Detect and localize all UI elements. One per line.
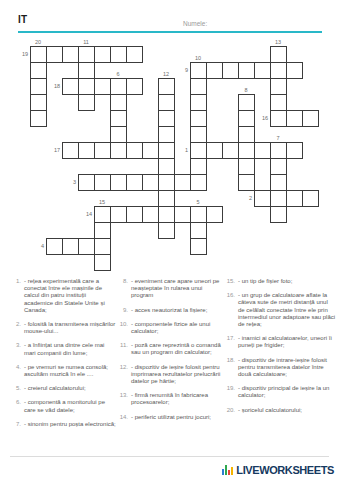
clue-text: - sinonim pentru poșta electronică; <box>24 421 116 428</box>
grid-cell-r6c10[interactable] <box>190 142 207 159</box>
grid-cell-r4c16[interactable] <box>286 110 303 127</box>
grid-cell-r8c15[interactable] <box>270 174 287 191</box>
down-number-12: 12 <box>154 71 178 77</box>
grid-cell-r8c4[interactable] <box>94 174 111 191</box>
grid-cell-r0c4[interactable] <box>94 46 111 63</box>
down-number-8: 8 <box>234 87 258 93</box>
grid-cell-r2c15[interactable] <box>270 78 287 95</box>
grid-cell-r10c7[interactable] <box>142 206 159 223</box>
grid-cell-r10c10[interactable] <box>190 206 207 223</box>
grid-cell-r1c11[interactable] <box>206 62 223 79</box>
grid-cell-r8c7[interactable] <box>142 174 159 191</box>
grid-cell-r4c15[interactable] <box>270 110 287 127</box>
clue-number: 7. <box>10 421 24 428</box>
grid-cell-r7c13[interactable] <box>238 158 255 175</box>
grid-cell-r6c5[interactable] <box>110 142 127 159</box>
clue-number: 8. <box>117 278 131 300</box>
grid-cell-r2c8[interactable] <box>158 78 175 95</box>
grid-cell-r11c4[interactable] <box>94 222 111 239</box>
grid-cell-r0c0[interactable] <box>30 46 47 63</box>
across-number-14: 14 <box>79 211 92 217</box>
grid-cell-r2c3[interactable] <box>78 78 95 95</box>
grid-cell-r1c16[interactable] <box>286 62 303 79</box>
grid-cell-r6c8[interactable] <box>158 142 175 159</box>
grid-cell-r9c14[interactable] <box>254 190 271 207</box>
clue-text: - eveniment care apare uneori pe neaștep… <box>131 278 223 300</box>
grid-cell-r0c15[interactable] <box>270 46 287 63</box>
down-number-6: 6 <box>106 71 130 77</box>
grid-cell-r10c9[interactable] <box>174 206 191 223</box>
clue-number: 16. <box>224 292 238 328</box>
grid-cell-r0c3[interactable] <box>78 46 95 63</box>
down-number-15: 15 <box>90 199 114 205</box>
clue-item-11: 11.- poză care reprezintă o comandă sau … <box>117 342 223 356</box>
grid-cell-r6c14[interactable] <box>254 142 271 159</box>
clue-number: 10. <box>117 321 131 335</box>
clue-item-2: 2.- folosită la transmiterea mișcărilor … <box>10 321 116 335</box>
clue-number: 6. <box>10 399 24 413</box>
grid-cell-r10c6[interactable] <box>126 206 143 223</box>
grid-cell-r0c5[interactable] <box>110 46 127 63</box>
clue-text: - pe vremuri se numea consolă; ascultăm … <box>24 364 116 378</box>
down-number-5: 5 <box>186 199 210 205</box>
clue-number: 19. <box>224 385 238 399</box>
clue-item-14: 14.- periferic utilizat pentru jocuri; <box>117 414 223 421</box>
grid-cell-r0c1[interactable] <box>46 46 63 63</box>
grid-cell-r13c4[interactable] <box>94 254 111 271</box>
grid-cell-r11c8[interactable] <box>158 222 175 239</box>
across-number-4: 4 <box>31 243 44 249</box>
grid-cell-r10c11[interactable] <box>206 206 223 223</box>
clue-text: - șoricelul calculatorului; <box>238 407 336 414</box>
across-number-17: 17 <box>47 147 60 153</box>
grid-cell-r8c8[interactable] <box>158 174 175 191</box>
grid-cell-r10c5[interactable] <box>110 206 127 223</box>
grid-cell-r5c13[interactable] <box>238 126 255 143</box>
down-number-10: 10 <box>186 55 210 61</box>
clue-item-9: 9.- acces neautorizat la fișiere; <box>117 307 223 314</box>
grid-cell-r9c8[interactable] <box>158 190 175 207</box>
clue-number: 2. <box>10 321 24 335</box>
grid-cell-r7c8[interactable] <box>158 158 175 175</box>
grid-cell-r4c5[interactable] <box>110 110 127 127</box>
down-number-13: 13 <box>266 39 290 45</box>
clue-column-1: 1.- rețea experimentală care a conectat … <box>10 278 116 435</box>
clue-column-2: 8.- eveniment care apare uneori pe neașt… <box>117 278 223 428</box>
grid-cell-r5c8[interactable] <box>158 126 175 143</box>
grid-cell-r8c10[interactable] <box>190 174 207 191</box>
page-title: IT <box>18 14 27 25</box>
clue-text: - dispozitiv de ieșire folosit pentru im… <box>131 364 223 386</box>
clue-text: - periferic utilizat pentru jocuri; <box>131 414 223 421</box>
across-number-16: 16 <box>255 115 268 121</box>
clue-number: 1. <box>10 278 24 314</box>
clue-item-8: 8.- eveniment care apare uneori pe neașt… <box>117 278 223 300</box>
grid-cell-r6c11[interactable] <box>206 142 223 159</box>
name-label: Numele: <box>183 20 207 27</box>
brand-logo[interactable]: LIVEWORKSHEETS <box>222 464 334 476</box>
clue-item-20: 20.- șoricelul calculatorului; <box>224 407 336 414</box>
clue-item-16: 16.- un grup de calculatoare aflate la c… <box>224 292 336 328</box>
grid-cell-r3c13[interactable] <box>238 94 255 111</box>
clue-text: - a înființat una dintre cele mai mari c… <box>24 342 116 356</box>
grid-cell-r1c3[interactable] <box>78 62 95 79</box>
header-divider <box>18 31 322 33</box>
across-number-18: 18 <box>47 83 60 89</box>
grid-cell-r2c0[interactable] <box>30 78 47 95</box>
grid-cell-r6c3[interactable] <box>78 142 95 159</box>
clue-number: 14. <box>117 414 131 421</box>
grid-cell-r4c13[interactable] <box>238 110 255 127</box>
clue-item-3: 3.- a înființat una dintre cele mai mari… <box>10 342 116 356</box>
grid-cell-r3c8[interactable] <box>158 94 175 111</box>
grid-cell-r3c5[interactable] <box>110 94 127 111</box>
grid-cell-r1c12[interactable] <box>222 62 239 79</box>
grid-cell-r0c2[interactable] <box>62 46 79 63</box>
grid-cell-r1c14[interactable] <box>254 62 271 79</box>
grid-cell-r6c13[interactable] <box>238 142 255 159</box>
clue-number: 9. <box>117 307 131 314</box>
clue-text: - rețea experimentală care a conectat în… <box>24 278 116 314</box>
grid-cell-r3c10[interactable] <box>190 94 207 111</box>
grid-cell-r3c3[interactable] <box>78 94 95 111</box>
grid-cell-r2c10[interactable] <box>190 78 207 95</box>
clue-item-17: 17.- inamici ai calculatoarelor, uneori … <box>224 335 336 349</box>
grid-cell-r10c8[interactable] <box>158 206 175 223</box>
clue-number: 4. <box>10 364 24 378</box>
clue-number: 12. <box>117 364 131 386</box>
clue-text: - folosită la transmiterea mișcărilor mo… <box>24 321 116 335</box>
grid-cell-r8c3[interactable] <box>78 174 95 191</box>
grid-cell-r9c15[interactable] <box>270 190 287 207</box>
clue-number: 5. <box>10 385 24 392</box>
grid-cell-r2c6[interactable] <box>126 78 143 95</box>
grid-cell-r1c0[interactable] <box>30 62 47 79</box>
grid-cell-r4c8[interactable] <box>158 110 175 127</box>
clue-item-13: 13.- firmă renumită în fabricarea proces… <box>117 392 223 406</box>
grid-cell-r9c16[interactable] <box>286 190 303 207</box>
clue-item-5: 5.- creierul calculatorului; <box>10 385 116 392</box>
clue-text: - poză care reprezintă o comandă sau un … <box>131 342 223 356</box>
grid-cell-r2c4[interactable] <box>94 78 111 95</box>
grid-cell-r12c2[interactable] <box>62 238 79 255</box>
clue-item-18: 18.- dispozitiv de intrare-ieșire folosi… <box>224 357 336 379</box>
clue-text: - firmă renumită în fabricarea procesoar… <box>131 392 223 406</box>
grid-cell-r0c6[interactable] <box>126 46 143 63</box>
grid-cell-r4c10[interactable] <box>190 110 207 127</box>
clue-number: 17. <box>224 335 238 349</box>
clue-number: 11. <box>117 342 131 356</box>
clue-item-4: 4.- pe vremuri se numea consolă; ascultă… <box>10 364 116 378</box>
clue-number: 15. <box>224 278 238 285</box>
grid-cell-r12c1[interactable] <box>46 238 63 255</box>
worksheet-page: IT Numele: 19918161713214420111310612871… <box>0 0 339 480</box>
grid-cell-r11c10[interactable] <box>190 222 207 239</box>
grid-cell-r4c0[interactable] <box>30 110 47 127</box>
grid-cell-r1c13[interactable] <box>238 62 255 79</box>
clue-number: 3. <box>10 342 24 356</box>
grid-cell-r6c2[interactable] <box>62 142 79 159</box>
grid-cell-r12c3[interactable] <box>78 238 95 255</box>
clue-number: 18. <box>224 357 238 379</box>
grid-cell-r2c5[interactable] <box>110 78 127 95</box>
grid-cell-r3c15[interactable] <box>270 94 287 111</box>
clue-item-15: 15.- un tip de fișier foto; <box>224 278 336 285</box>
clue-text: - creierul calculatorului; <box>24 385 116 392</box>
grid-cell-r10c15[interactable] <box>270 206 287 223</box>
brand-text: LIVEWORKSHEETS <box>236 464 334 476</box>
grid-cell-r5c10[interactable] <box>190 126 207 143</box>
down-number-11: 11 <box>74 39 98 45</box>
crossword-grid: 1991816171321442011131061287155 <box>30 46 320 272</box>
clue-item-6: 6.- componentă a monitorului pe care se … <box>10 399 116 413</box>
across-number-1: 1 <box>175 147 188 153</box>
clue-text: - dispozitiv de intrare-ieșire folosit p… <box>238 357 336 379</box>
grid-cell-r8c6[interactable] <box>126 174 143 191</box>
clue-text: - componentă a monitorului pe care se vă… <box>24 399 116 413</box>
grid-cell-r2c2[interactable] <box>62 78 79 95</box>
clue-item-19: 19.- dispozitiv principal de ieșire la u… <box>224 385 336 399</box>
clue-number: 20. <box>224 407 238 414</box>
grid-cell-r7c15[interactable] <box>270 158 287 175</box>
clue-number: 13. <box>117 392 131 406</box>
grid-cell-r12c10[interactable] <box>190 238 207 255</box>
clue-text: - dispozitiv principal de ieșire la un c… <box>238 385 336 399</box>
grid-cell-r10c4[interactable] <box>94 206 111 223</box>
clue-text: - un grup de calculatoare aflate la câte… <box>238 292 336 328</box>
clue-item-7: 7.- sinonim pentru poșta electronică; <box>10 421 116 428</box>
clue-text: - inamici ai calculatoarelor, uneori îi … <box>238 335 336 349</box>
grid-cell-r5c5[interactable] <box>110 126 127 143</box>
grid-cell-r1c15[interactable] <box>270 62 287 79</box>
grid-cell-r3c0[interactable] <box>30 94 47 111</box>
down-number-7: 7 <box>266 135 290 141</box>
clue-text: - un tip de fișier foto; <box>238 278 336 285</box>
brand-bars-icon <box>222 465 234 475</box>
grid-cell-r4c17[interactable] <box>302 110 319 127</box>
grid-cell-r9c17[interactable] <box>302 190 319 207</box>
grid-cell-r1c10[interactable] <box>190 62 207 79</box>
clue-text: - acces neautorizat la fișiere; <box>131 307 223 314</box>
grid-cell-r8c13[interactable] <box>238 174 255 191</box>
down-number-20: 20 <box>26 39 50 45</box>
across-number-3: 3 <box>63 179 76 185</box>
clue-item-12: 12.- dispozitiv de ieșire folosit pentru… <box>117 364 223 386</box>
grid-cell-r6c15[interactable] <box>270 142 287 159</box>
grid-cell-r7c10[interactable] <box>190 158 207 175</box>
across-number-19: 19 <box>15 51 28 57</box>
across-number-2: 2 <box>239 195 252 201</box>
clue-item-10: 10.- componentele fizice ale unui calcul… <box>117 321 223 335</box>
footer-divider <box>10 456 329 457</box>
clue-column-3: 15.- un tip de fișier foto;16.- un grup … <box>224 278 336 421</box>
grid-cell-r6c7[interactable] <box>142 142 159 159</box>
grid-cell-r6c16[interactable] <box>286 142 303 159</box>
grid-cell-r6c6[interactable] <box>126 142 143 159</box>
grid-cell-r8c9[interactable] <box>174 174 191 191</box>
grid-cell-r8c5[interactable] <box>110 174 127 191</box>
grid-cell-r6c12[interactable] <box>222 142 239 159</box>
clue-item-1: 1.- rețea experimentală care a conectat … <box>10 278 116 314</box>
grid-cell-r12c4[interactable] <box>94 238 111 255</box>
clue-text: - componentele fizice ale unui calculato… <box>131 321 223 335</box>
grid-cell-r6c4[interactable] <box>94 142 111 159</box>
